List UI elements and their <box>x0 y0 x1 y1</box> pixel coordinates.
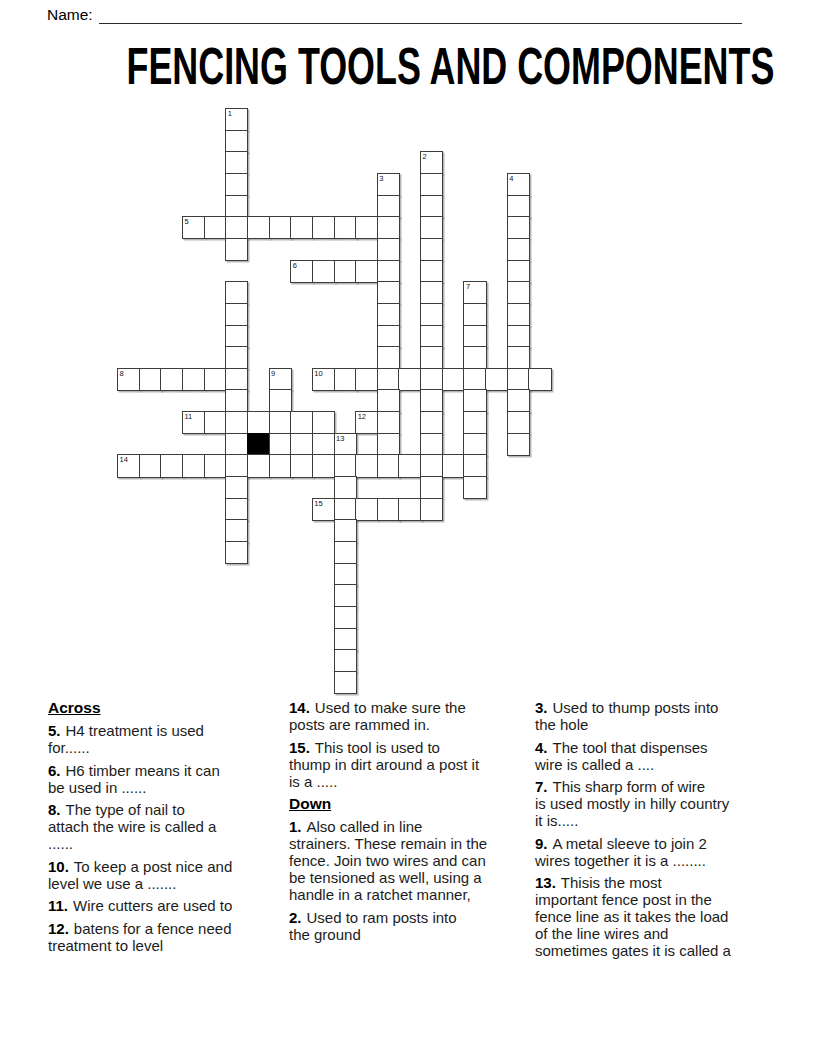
cell-number: 15 <box>314 499 322 508</box>
crossword-cell[interactable] <box>463 411 486 434</box>
crossword-cell[interactable] <box>269 433 292 456</box>
crossword-cell[interactable] <box>377 368 400 391</box>
clue-text: Thisis the most important fence post in … <box>535 874 731 959</box>
crossword-cell[interactable] <box>507 303 530 326</box>
crossword-cell[interactable] <box>312 433 335 456</box>
clue-12: 12.batens for a fence need treatment to … <box>48 920 288 954</box>
crossword-cell[interactable] <box>355 498 378 521</box>
crossword-cell[interactable] <box>442 454 465 477</box>
black-cell <box>247 433 270 456</box>
crossword-cell[interactable] <box>225 454 248 477</box>
crossword-cell[interactable] <box>225 151 248 174</box>
crossword-cell[interactable] <box>247 216 270 239</box>
clue-number: 8. <box>48 801 61 818</box>
crossword-cell[interactable] <box>204 454 227 477</box>
cell-number: 2 <box>423 152 427 161</box>
crossword-cell[interactable] <box>420 195 443 218</box>
crossword-cell[interactable] <box>225 519 248 542</box>
cell-number: 14 <box>120 455 128 464</box>
clue-8: 8.The type of nail to attach the wire is… <box>48 801 288 852</box>
name-underline <box>99 4 742 24</box>
across-header: Across <box>48 699 288 716</box>
crossword-cell[interactable] <box>442 368 465 391</box>
crossword-cell[interactable] <box>225 216 248 239</box>
crossword-cell[interactable] <box>334 519 357 542</box>
crossword-cell[interactable]: 8 <box>117 368 140 391</box>
crossword-cell[interactable] <box>528 368 551 391</box>
crossword-cell[interactable] <box>377 498 400 521</box>
crossword-cell[interactable] <box>334 498 357 521</box>
crossword-cell[interactable]: 2 <box>420 151 443 174</box>
clue-number: 4. <box>535 739 548 756</box>
crossword-cell[interactable] <box>420 476 443 499</box>
crossword-cell[interactable] <box>398 498 421 521</box>
crossword-cell[interactable] <box>312 411 335 434</box>
crossword-cell[interactable] <box>225 173 248 196</box>
crossword-cell[interactable] <box>507 411 530 434</box>
crossword-cell[interactable] <box>334 563 357 586</box>
crossword-cell[interactable] <box>334 649 357 672</box>
crossword-cell[interactable] <box>247 454 270 477</box>
crossword-cell[interactable] <box>420 433 443 456</box>
clue-text: Used to ram posts into the ground <box>289 909 457 943</box>
crossword-cell[interactable]: 13 <box>334 433 357 456</box>
crossword-cell[interactable] <box>225 238 248 261</box>
crossword-cell[interactable] <box>225 281 248 304</box>
clue-text: This tool is used to thump in dirt aroun… <box>289 739 479 790</box>
crossword-cell[interactable] <box>377 325 400 348</box>
cell-number: 10 <box>314 369 322 378</box>
crossword-cell[interactable] <box>463 476 486 499</box>
crossword-cell[interactable]: 5 <box>182 216 205 239</box>
crossword-cell[interactable] <box>225 411 248 434</box>
crossword-cell[interactable]: 11 <box>182 411 205 434</box>
clue-11: 11.Wire cutters are used to <box>48 897 288 914</box>
crossword-cell[interactable] <box>420 368 443 391</box>
crossword-cell[interactable] <box>463 325 486 348</box>
cell-number: 9 <box>271 369 275 378</box>
clue-number: 6. <box>48 762 61 779</box>
clue-6: 6.H6 timber means it can be used in ....… <box>48 762 288 796</box>
crossword-cell[interactable] <box>204 411 227 434</box>
crossword-cell[interactable] <box>420 498 443 521</box>
page-title: FENCING TOOLS AND COMPONENTS <box>126 40 689 92</box>
crossword-cell[interactable] <box>225 346 248 369</box>
crossword-cell[interactable]: 12 <box>355 411 378 434</box>
crossword-cell[interactable]: 3 <box>377 173 400 196</box>
crossword-cell[interactable] <box>182 454 205 477</box>
cell-number: 1 <box>228 109 232 118</box>
crossword-cell[interactable] <box>420 216 443 239</box>
clue-column-1: Across5.H4 treatment is used for......6.… <box>48 699 288 959</box>
crossword-cell[interactable] <box>377 195 400 218</box>
cell-number: 11 <box>184 412 192 421</box>
crossword-cell[interactable] <box>420 303 443 326</box>
crossword-cell[interactable] <box>507 368 530 391</box>
crossword-cell[interactable] <box>420 346 443 369</box>
crossword-cell[interactable] <box>334 454 357 477</box>
clue-text: Wire cutters are used to <box>73 897 232 914</box>
crossword-cell[interactable]: 1 <box>225 108 248 131</box>
crossword-cell[interactable] <box>420 238 443 261</box>
clue-number: 7. <box>535 778 548 795</box>
crossword-cell[interactable] <box>463 389 486 412</box>
crossword-cell[interactable] <box>334 606 357 629</box>
clue-column-3: 3.Used to thump posts into the hole4.The… <box>535 699 775 965</box>
crossword-cell[interactable] <box>463 368 486 391</box>
crossword-cell[interactable] <box>420 325 443 348</box>
clue-text: Used to make sure the posts are rammed i… <box>289 699 466 733</box>
clue-text: Used to thump posts into the hole <box>535 699 718 733</box>
crossword-cell[interactable] <box>507 433 530 456</box>
clue-text: To keep a post nice and level we use a .… <box>48 858 232 892</box>
clue-3: 3.Used to thump posts into the hole <box>535 699 775 733</box>
crossword-cell[interactable] <box>334 476 357 499</box>
crossword-cell[interactable] <box>463 346 486 369</box>
name-label: Name: <box>47 6 93 24</box>
clue-number: 3. <box>535 699 548 716</box>
crossword-cell[interactable] <box>507 260 530 283</box>
clue-15: 15.This tool is used to thump in dirt ar… <box>289 739 537 790</box>
crossword-cell[interactable]: 14 <box>117 454 140 477</box>
crossword-cell[interactable] <box>377 216 400 239</box>
crossword-cell[interactable] <box>507 195 530 218</box>
crossword-cell[interactable] <box>204 216 227 239</box>
clue-number: 1. <box>289 818 302 835</box>
crossword-cell[interactable] <box>420 389 443 412</box>
cell-number: 8 <box>120 369 124 378</box>
crossword-cell[interactable] <box>377 238 400 261</box>
crossword-cell[interactable] <box>160 368 183 391</box>
clue-9: 9.A metal sleeve to join 2 wires togethe… <box>535 835 775 869</box>
crossword-cell[interactable] <box>139 368 162 391</box>
clue-4: 4.The tool that dispenses wire is called… <box>535 739 775 773</box>
crossword-cell[interactable] <box>377 303 400 326</box>
crossword-cell[interactable] <box>507 389 530 412</box>
crossword-cell[interactable] <box>377 346 400 369</box>
crossword-cell[interactable] <box>225 498 248 521</box>
crossword-cell[interactable] <box>334 541 357 564</box>
cell-number: 13 <box>336 434 344 443</box>
crossword-cell[interactable] <box>485 368 508 391</box>
crossword-cell[interactable] <box>290 454 313 477</box>
cell-number: 12 <box>358 412 366 421</box>
crossword-cell[interactable] <box>355 454 378 477</box>
clue-10: 10.To keep a post nice and level we use … <box>48 858 288 892</box>
clue-text: The tool that dispenses wire is called a… <box>535 739 708 773</box>
crossword-cell[interactable] <box>269 454 292 477</box>
crossword-cell[interactable] <box>334 260 357 283</box>
cell-number: 4 <box>509 174 513 183</box>
crossword-cell[interactable]: 15 <box>312 498 335 521</box>
crossword-cell[interactable] <box>225 541 248 564</box>
cell-number: 7 <box>466 282 470 291</box>
down-header: Down <box>289 795 537 812</box>
crossword-cell[interactable] <box>355 368 378 391</box>
crossword-cell[interactable] <box>463 303 486 326</box>
crossword-cell[interactable] <box>355 216 378 239</box>
crossword-cell[interactable] <box>225 433 248 456</box>
crossword-cell[interactable] <box>160 454 183 477</box>
crossword-cell[interactable] <box>507 281 530 304</box>
clue-2: 2.Used to ram posts into the ground <box>289 909 537 943</box>
crossword-cell[interactable] <box>420 454 443 477</box>
clue-number: 5. <box>48 722 61 739</box>
crossword-cell[interactable] <box>420 281 443 304</box>
crossword-cell[interactable]: 10 <box>312 368 335 391</box>
clue-13: 13.Thisis the most important fence post … <box>535 874 775 959</box>
clue-number: 10. <box>48 858 69 875</box>
clue-text: The type of nail to attach the wire is c… <box>48 801 216 852</box>
clue-number: 9. <box>535 835 548 852</box>
crossword-cell[interactable] <box>377 281 400 304</box>
crossword-cell[interactable] <box>290 433 313 456</box>
crossword-cell[interactable] <box>398 454 421 477</box>
crossword-cell[interactable] <box>420 411 443 434</box>
crossword-cell[interactable]: 7 <box>463 281 486 304</box>
crossword-cell[interactable] <box>225 303 248 326</box>
crossword-cell[interactable] <box>463 454 486 477</box>
clue-text: H4 treatment is used for...... <box>48 722 204 756</box>
crossword-cell[interactable] <box>269 216 292 239</box>
clue-5: 5.H4 treatment is used for...... <box>48 722 288 756</box>
clue-number: 13. <box>535 874 556 891</box>
clue-number: 15. <box>289 739 310 756</box>
crossword-cell[interactable] <box>334 628 357 651</box>
crossword-cell[interactable] <box>182 368 205 391</box>
crossword-cell[interactable] <box>420 173 443 196</box>
clue-number: 14. <box>289 699 310 716</box>
crossword-cell[interactable] <box>377 411 400 434</box>
crossword-cell[interactable] <box>225 195 248 218</box>
crossword-cell[interactable] <box>507 346 530 369</box>
crossword-cell[interactable] <box>225 325 248 348</box>
clue-number: 11. <box>48 897 68 914</box>
crossword-cell[interactable] <box>312 454 335 477</box>
crossword-cell[interactable] <box>334 216 357 239</box>
crossword-cell[interactable] <box>377 260 400 283</box>
clue-1: 1.Also called in line strainers. These r… <box>289 818 537 903</box>
crossword-cell[interactable] <box>355 260 378 283</box>
cell-number: 6 <box>293 261 297 270</box>
crossword-cell[interactable] <box>225 130 248 153</box>
crossword-cell[interactable] <box>420 260 443 283</box>
clue-7: 7.This sharp form of wire is used mostly… <box>535 778 775 829</box>
crossword-cell[interactable] <box>247 411 270 434</box>
crossword-cell[interactable] <box>377 389 400 412</box>
crossword-cell[interactable] <box>225 476 248 499</box>
crossword-cell[interactable] <box>377 433 400 456</box>
crossword-cell[interactable] <box>312 260 335 283</box>
clue-text: batens for a fence need treatment to lev… <box>48 920 231 954</box>
crossword-cell[interactable] <box>507 325 530 348</box>
crossword-cell[interactable] <box>334 584 357 607</box>
crossword-cell[interactable]: 4 <box>507 173 530 196</box>
crossword-cell[interactable]: 9 <box>269 368 292 391</box>
crossword-cell[interactable] <box>334 368 357 391</box>
clue-text: Also called in line strainers. These rem… <box>289 818 487 903</box>
cell-number: 3 <box>379 174 383 183</box>
crossword-cell[interactable] <box>290 411 313 434</box>
crossword-cell[interactable] <box>312 216 335 239</box>
clue-text: H6 timber means it can be used in ...... <box>48 762 220 796</box>
clue-text: This sharp form of wire is used mostly i… <box>535 778 729 829</box>
crossword-cell[interactable] <box>225 368 248 391</box>
crossword-cell[interactable] <box>398 368 421 391</box>
clue-number: 12. <box>48 920 69 937</box>
crossword-cell[interactable] <box>269 389 292 412</box>
crossword-cell[interactable] <box>463 433 486 456</box>
crossword-cell[interactable] <box>269 411 292 434</box>
crossword-cell[interactable] <box>507 238 530 261</box>
clue-text: A metal sleeve to join 2 wires together … <box>535 835 707 869</box>
clue-number: 2. <box>289 909 302 926</box>
clue-column-2: 14.Used to make sure the posts are ramme… <box>289 699 537 948</box>
clue-14: 14.Used to make sure the posts are ramme… <box>289 699 537 733</box>
crossword-cell[interactable]: 6 <box>290 260 313 283</box>
crossword-cell[interactable] <box>290 216 313 239</box>
cell-number: 5 <box>184 217 188 226</box>
crossword-cell[interactable] <box>334 671 357 694</box>
crossword-cell[interactable] <box>139 454 162 477</box>
worksheet-page: Name: FENCING TOOLS AND COMPONENTS 12345… <box>0 0 816 1056</box>
crossword-cell[interactable] <box>225 389 248 412</box>
crossword-cell[interactable] <box>507 216 530 239</box>
crossword-cell[interactable] <box>377 454 400 477</box>
crossword-cell[interactable] <box>204 368 227 391</box>
